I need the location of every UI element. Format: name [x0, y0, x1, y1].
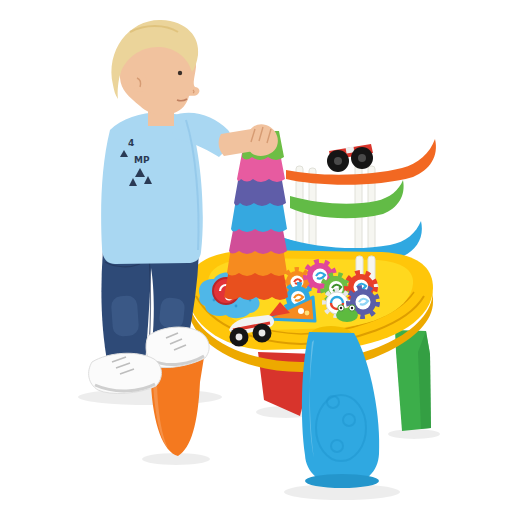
- eye: [178, 71, 182, 75]
- product-photo: 4 MP: [0, 0, 520, 520]
- left-shoe: [89, 353, 162, 393]
- svg-text:MP: MP: [134, 155, 150, 165]
- ear: [133, 72, 147, 92]
- scene: 4 MP: [0, 0, 520, 520]
- svg-text:4: 4: [128, 138, 134, 148]
